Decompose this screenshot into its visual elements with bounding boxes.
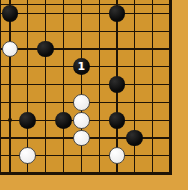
grid-line-vertical xyxy=(63,0,64,175)
crop-grid-line-top xyxy=(0,4,172,5)
stone-black[interactable] xyxy=(109,112,126,129)
grid-line-horizontal xyxy=(0,13,172,14)
stone-white[interactable] xyxy=(73,112,90,129)
grid-line-horizontal xyxy=(0,84,172,85)
go-board[interactable]: 1 xyxy=(0,0,172,175)
move-number-label: 1 xyxy=(77,61,85,72)
stone-black[interactable] xyxy=(2,5,19,22)
stone-black[interactable] xyxy=(109,76,126,93)
crop-grid-line-left xyxy=(0,0,1,175)
grid-line-vertical xyxy=(152,0,153,175)
stone-black[interactable]: 1 xyxy=(73,58,90,75)
star-point xyxy=(8,118,12,122)
stone-white[interactable] xyxy=(73,94,90,111)
board-edge-bottom xyxy=(0,172,172,175)
grid-line-vertical xyxy=(81,0,82,175)
board-edge-right xyxy=(169,0,172,175)
stone-white[interactable] xyxy=(19,147,36,164)
grid-line-vertical xyxy=(45,0,46,175)
stone-white[interactable] xyxy=(109,147,126,164)
stone-black[interactable] xyxy=(55,112,72,129)
grid-line-vertical xyxy=(134,0,135,175)
stone-black[interactable] xyxy=(109,5,126,22)
grid-line-horizontal xyxy=(0,48,172,49)
grid-line-vertical xyxy=(9,0,10,175)
grid-line-horizontal xyxy=(0,31,172,32)
stone-black[interactable] xyxy=(126,130,143,147)
stone-white[interactable] xyxy=(2,41,19,58)
go-diagram: 1 xyxy=(0,0,188,190)
grid-line-vertical xyxy=(99,0,100,175)
stone-white[interactable] xyxy=(73,130,90,147)
stone-black[interactable] xyxy=(19,112,36,129)
stone-black[interactable] xyxy=(37,41,54,58)
